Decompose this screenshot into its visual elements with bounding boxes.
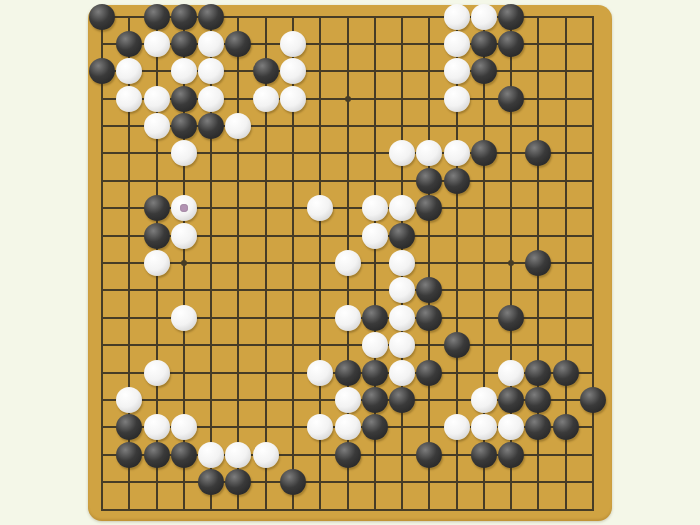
- white-stone: [253, 442, 279, 468]
- black-stone: [471, 58, 497, 84]
- white-stone: [144, 414, 170, 440]
- black-stone: [525, 360, 551, 386]
- white-stone: [389, 332, 415, 358]
- white-stone: [225, 113, 251, 139]
- black-stone: [553, 414, 579, 440]
- white-stone: [416, 140, 442, 166]
- grid-line-horizontal: [101, 509, 594, 511]
- white-stone: [362, 195, 388, 221]
- black-stone: [362, 387, 388, 413]
- white-stone: [389, 277, 415, 303]
- white-stone: [171, 223, 197, 249]
- grid-line-vertical: [592, 16, 594, 511]
- white-stone: [444, 31, 470, 57]
- black-stone: [144, 223, 170, 249]
- black-stone: [335, 360, 361, 386]
- black-stone: [553, 360, 579, 386]
- black-stone: [362, 414, 388, 440]
- white-stone: [362, 332, 388, 358]
- black-stone: [389, 223, 415, 249]
- black-stone: [362, 305, 388, 331]
- black-stone: [498, 31, 524, 57]
- black-stone: [416, 168, 442, 194]
- black-stone: [525, 250, 551, 276]
- white-stone: [198, 86, 224, 112]
- white-stone: [471, 4, 497, 30]
- white-stone: [389, 140, 415, 166]
- black-stone: [144, 442, 170, 468]
- white-stone: [307, 195, 333, 221]
- white-stone: [444, 140, 470, 166]
- white-stone: [471, 387, 497, 413]
- black-stone: [116, 442, 142, 468]
- black-stone: [444, 332, 470, 358]
- black-stone: [444, 168, 470, 194]
- white-stone: [198, 58, 224, 84]
- black-stone: [416, 360, 442, 386]
- black-stone: [389, 387, 415, 413]
- white-stone: [144, 113, 170, 139]
- white-stone: [389, 250, 415, 276]
- black-stone: [498, 4, 524, 30]
- white-stone: [144, 86, 170, 112]
- black-stone: [89, 4, 115, 30]
- white-stone: [307, 360, 333, 386]
- page-background: [0, 0, 700, 525]
- black-stone: [116, 31, 142, 57]
- black-stone: [280, 469, 306, 495]
- black-stone: [498, 305, 524, 331]
- black-stone: [525, 414, 551, 440]
- black-stone: [171, 442, 197, 468]
- white-stone: [335, 250, 361, 276]
- white-stone: [307, 414, 333, 440]
- black-stone: [525, 140, 551, 166]
- white-stone: [389, 360, 415, 386]
- black-stone: [498, 442, 524, 468]
- white-stone: [389, 305, 415, 331]
- white-stone: [498, 360, 524, 386]
- black-stone: [416, 195, 442, 221]
- grid-line-horizontal: [101, 289, 594, 291]
- white-stone: [171, 414, 197, 440]
- black-stone: [171, 31, 197, 57]
- white-stone: [144, 31, 170, 57]
- black-stone: [362, 360, 388, 386]
- white-stone: [171, 140, 197, 166]
- black-stone: [253, 58, 279, 84]
- grid-line-horizontal: [101, 481, 594, 483]
- white-stone: [335, 387, 361, 413]
- white-stone: [116, 58, 142, 84]
- white-stone: [198, 31, 224, 57]
- white-stone: [280, 58, 306, 84]
- black-stone: [416, 277, 442, 303]
- black-stone: [225, 31, 251, 57]
- white-stone: [389, 195, 415, 221]
- white-stone: [335, 414, 361, 440]
- black-stone: [498, 387, 524, 413]
- black-stone: [498, 86, 524, 112]
- white-stone: [280, 86, 306, 112]
- black-stone: [171, 86, 197, 112]
- black-stone: [171, 4, 197, 30]
- black-stone: [471, 31, 497, 57]
- black-stone: [416, 442, 442, 468]
- white-stone: [444, 86, 470, 112]
- black-stone: [471, 140, 497, 166]
- black-stone: [89, 58, 115, 84]
- white-stone: [198, 442, 224, 468]
- black-stone: [471, 442, 497, 468]
- grid-line-horizontal: [101, 344, 594, 346]
- black-stone: [171, 113, 197, 139]
- white-stone: [116, 387, 142, 413]
- star-point: [181, 260, 187, 266]
- black-stone: [144, 4, 170, 30]
- white-stone: [144, 250, 170, 276]
- white-stone: [444, 58, 470, 84]
- black-stone: [335, 442, 361, 468]
- white-stone: [253, 86, 279, 112]
- white-stone: [171, 305, 197, 331]
- white-stone: [225, 442, 251, 468]
- go-board[interactable]: [88, 5, 612, 521]
- grid-line-vertical: [428, 16, 430, 511]
- white-stone: [362, 223, 388, 249]
- white-stone: [471, 414, 497, 440]
- black-stone: [580, 387, 606, 413]
- black-stone: [198, 4, 224, 30]
- white-stone: [116, 86, 142, 112]
- white-stone: [280, 31, 306, 57]
- star-point: [345, 96, 351, 102]
- white-stone: [498, 414, 524, 440]
- black-stone: [198, 469, 224, 495]
- white-stone: [171, 58, 197, 84]
- last-move-marker: [180, 204, 188, 212]
- black-stone: [416, 305, 442, 331]
- white-stone: [444, 414, 470, 440]
- white-stone: [444, 4, 470, 30]
- black-stone: [116, 414, 142, 440]
- black-stone: [144, 195, 170, 221]
- white-stone: [171, 195, 197, 221]
- star-point: [508, 260, 514, 266]
- black-stone: [198, 113, 224, 139]
- black-stone: [225, 469, 251, 495]
- white-stone: [144, 360, 170, 386]
- black-stone: [525, 387, 551, 413]
- white-stone: [335, 305, 361, 331]
